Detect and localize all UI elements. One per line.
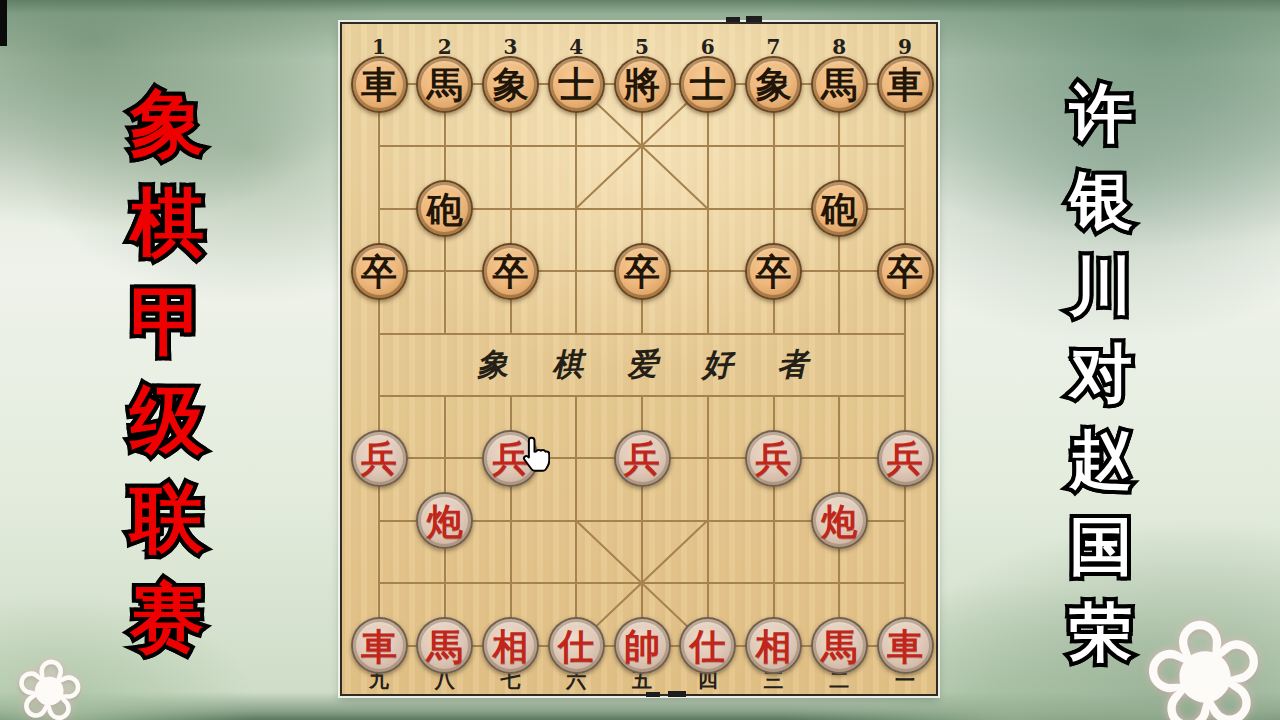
banner-character: 象 [130, 86, 204, 160]
clipped-caption-fragment [646, 692, 660, 697]
banner-character: 联 [130, 481, 204, 555]
clipped-caption-fragment [668, 691, 686, 697]
file-number-top: 6 [695, 37, 721, 57]
piece-red-horse[interactable]: 馬 [811, 617, 868, 674]
piece-red-soldier[interactable]: 兵 [877, 430, 934, 487]
piece-black-elephant[interactable]: 象 [745, 56, 802, 113]
grid-line [707, 83, 709, 335]
banner-character: 甲 [130, 284, 204, 358]
file-number-top: 8 [826, 37, 852, 57]
piece-black-horse[interactable]: 馬 [416, 56, 473, 113]
piece-black-general[interactable]: 將 [614, 56, 671, 113]
piece-red-chariot[interactable]: 車 [877, 617, 934, 674]
piece-red-horse[interactable]: 馬 [416, 617, 473, 674]
file-number-top: 2 [432, 37, 458, 57]
piece-black-cannon[interactable]: 砲 [416, 180, 473, 237]
banner-character: 对 [1070, 342, 1133, 405]
lotus-flower-icon: ❀ [10, 645, 89, 720]
banner-character: 棋 [130, 185, 204, 259]
xiangqi-board[interactable]: 123456789九八七六五四三二一象棋爱好者車馬象士將士象馬車砲砲卒卒卒卒卒兵… [340, 22, 938, 696]
event-title-banner: 象棋甲级联赛 [128, 86, 206, 654]
piece-red-cannon[interactable]: 炮 [416, 492, 473, 549]
banner-character: 许 [1070, 82, 1133, 145]
banner-character: 赵 [1070, 428, 1133, 491]
piece-red-advisor[interactable]: 仕 [679, 617, 736, 674]
piece-red-cannon[interactable]: 炮 [811, 492, 868, 549]
banner-character: 川 [1070, 255, 1133, 318]
banner-character: 荣 [1070, 601, 1133, 664]
players-banner: 许银川对赵国荣 [1064, 82, 1138, 664]
hand-pointer-cursor [520, 436, 550, 474]
lotus-flower-icon: ❀ [1132, 592, 1277, 720]
piece-red-chariot[interactable]: 車 [351, 617, 408, 674]
banner-character: 国 [1070, 515, 1133, 578]
piece-red-soldier[interactable]: 兵 [351, 430, 408, 487]
clipped-caption-fragment [746, 16, 762, 22]
clipped-caption-fragment [726, 17, 740, 22]
file-number-top: 5 [629, 37, 655, 57]
river-text: 象棋爱好者 [379, 342, 905, 388]
banner-character: 赛 [130, 580, 204, 654]
piece-red-advisor[interactable]: 仕 [548, 617, 605, 674]
piece-black-soldier[interactable]: 卒 [614, 243, 671, 300]
file-number-top: 1 [366, 37, 392, 57]
piece-red-elephant[interactable]: 相 [482, 617, 539, 674]
piece-black-advisor[interactable]: 士 [679, 56, 736, 113]
file-number-top: 7 [761, 37, 787, 57]
video-frame: ❀ ❀ 象棋甲级联赛 许银川对赵国荣 123456789九八七六五四三二一象棋爱… [0, 0, 1280, 720]
banner-character: 级 [130, 382, 204, 456]
piece-black-soldier[interactable]: 卒 [482, 243, 539, 300]
piece-black-elephant[interactable]: 象 [482, 56, 539, 113]
banner-character: 银 [1070, 169, 1133, 232]
piece-red-soldier[interactable]: 兵 [614, 430, 671, 487]
piece-black-cannon[interactable]: 砲 [811, 180, 868, 237]
piece-red-soldier[interactable]: 兵 [745, 430, 802, 487]
file-number-top: 3 [498, 37, 524, 57]
file-number-top: 4 [563, 37, 589, 57]
piece-red-elephant[interactable]: 相 [745, 617, 802, 674]
piece-black-soldier[interactable]: 卒 [745, 243, 802, 300]
piece-red-general[interactable]: 帥 [614, 617, 671, 674]
file-number-top: 9 [892, 37, 918, 57]
piece-black-advisor[interactable]: 士 [548, 56, 605, 113]
corner-sliver [0, 0, 7, 46]
piece-black-horse[interactable]: 馬 [811, 56, 868, 113]
piece-black-soldier[interactable]: 卒 [877, 243, 934, 300]
piece-black-chariot[interactable]: 車 [877, 56, 934, 113]
piece-black-soldier[interactable]: 卒 [351, 243, 408, 300]
piece-black-chariot[interactable]: 車 [351, 56, 408, 113]
